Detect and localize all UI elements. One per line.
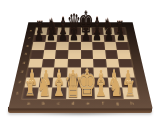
- photo-scene: abcdefgh87654321 ♜♞♝♛♚♝♞♜♟♟♟♟♟♟♟♟♟♟♟♟♟♟♟…: [0, 0, 160, 123]
- piece-black-pawn-c7[interactable]: ♟: [58, 25, 67, 43]
- piece-black-pawn-d7[interactable]: ♟: [70, 25, 79, 43]
- piece-white-bishop-f1[interactable]: ♝: [94, 71, 109, 100]
- piece-black-pawn-b7[interactable]: ♟: [46, 25, 55, 43]
- piece-white-rook-h1[interactable]: ♜: [125, 78, 136, 98]
- piece-white-knight-g1[interactable]: ♞: [109, 73, 123, 100]
- piece-black-pawn-e7[interactable]: ♟: [81, 25, 90, 43]
- piece-black-pawn-h7[interactable]: ♟: [116, 25, 125, 43]
- piece-white-knight-b1[interactable]: ♞: [37, 73, 51, 100]
- piece-black-pawn-g7[interactable]: ♟: [104, 25, 113, 43]
- piece-white-rook-a1[interactable]: ♜: [25, 78, 36, 98]
- pieces-layer: ♜♞♝♛♚♝♞♜♟♟♟♟♟♟♟♟♟♟♟♟♟♟♟♟♜♞♝♛♚♝♞♜: [0, 0, 160, 123]
- piece-black-pawn-f7[interactable]: ♟: [93, 25, 102, 43]
- piece-black-pawn-a7[interactable]: ♟: [35, 25, 44, 43]
